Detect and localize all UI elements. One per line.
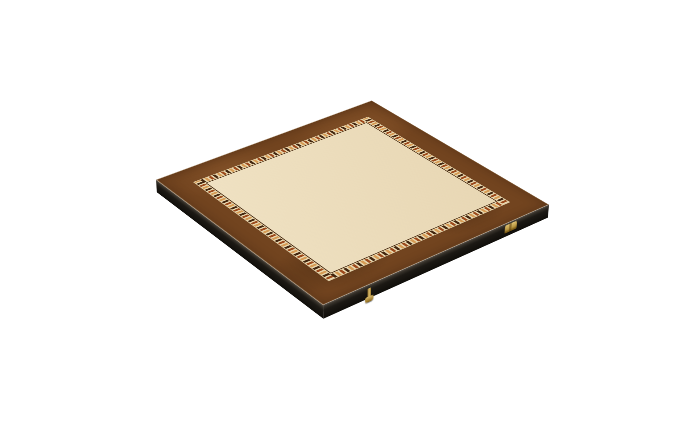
brass-clasp [364,286,374,307]
product-photo [0,0,680,425]
brass-hinge [504,221,517,234]
board-scene [210,52,490,332]
board-surface [156,100,549,305]
chess-board [156,100,549,305]
